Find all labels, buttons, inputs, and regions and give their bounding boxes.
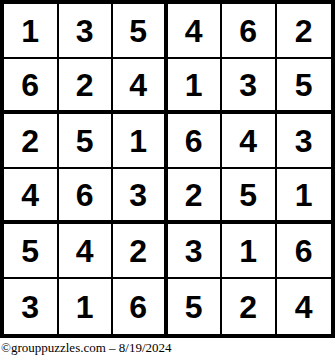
sudoku-cell-r3c4: 6 [168, 114, 223, 169]
sudoku-cell-r6c4: 5 [168, 279, 223, 334]
sudoku-cell-r5c2: 4 [59, 224, 114, 279]
sudoku-cell-r4c4: 2 [168, 169, 223, 224]
sudoku-board: 135462624135251643463251542316316524 [0, 0, 335, 338]
sudoku-cell-r2c4: 1 [168, 59, 223, 114]
sudoku-cell-r6c1: 3 [4, 279, 59, 334]
sudoku-cell-r6c2: 1 [59, 279, 114, 334]
sudoku-cell-r3c1: 2 [4, 114, 59, 169]
sudoku-cell-r2c6: 5 [277, 59, 332, 114]
sudoku-cell-r1c1: 1 [4, 4, 59, 59]
sudoku-cell-r1c5: 6 [222, 4, 277, 59]
sudoku-cell-r1c6: 2 [277, 4, 332, 59]
sudoku-cell-r3c3: 1 [113, 114, 168, 169]
sudoku-cell-r5c3: 2 [113, 224, 168, 279]
sudoku-cell-r3c6: 3 [277, 114, 332, 169]
sudoku-cell-r5c1: 5 [4, 224, 59, 279]
sudoku-cell-r2c3: 4 [113, 59, 168, 114]
sudoku-cell-r4c1: 4 [4, 169, 59, 224]
sudoku-cell-r5c6: 6 [277, 224, 332, 279]
sudoku-cell-r2c1: 6 [4, 59, 59, 114]
sudoku-cell-r2c2: 2 [59, 59, 114, 114]
sudoku-cell-r4c3: 3 [113, 169, 168, 224]
sudoku-cell-r6c3: 6 [113, 279, 168, 334]
sudoku-cell-r6c6: 4 [277, 279, 332, 334]
sudoku-cell-r3c5: 4 [222, 114, 277, 169]
sudoku-cell-r6c5: 2 [222, 279, 277, 334]
sudoku-cell-r5c4: 3 [168, 224, 223, 279]
sudoku-cell-r3c2: 5 [59, 114, 114, 169]
copyright-credit: ©grouppuzzles.com – 8/19/2024 [1, 340, 172, 356]
sudoku-cell-r4c6: 1 [277, 169, 332, 224]
sudoku-cell-r4c5: 5 [222, 169, 277, 224]
sudoku-cell-r4c2: 6 [59, 169, 114, 224]
sudoku-cell-r5c5: 1 [222, 224, 277, 279]
sudoku-cell-r1c3: 5 [113, 4, 168, 59]
sudoku-cell-r1c2: 3 [59, 4, 114, 59]
sudoku-cell-r2c5: 3 [222, 59, 277, 114]
sudoku-cell-r1c4: 4 [168, 4, 223, 59]
